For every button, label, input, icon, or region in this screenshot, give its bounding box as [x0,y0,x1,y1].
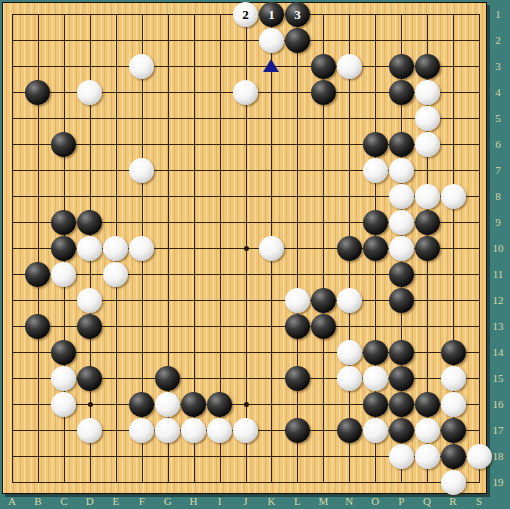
move-number-label: 2 [242,7,249,22]
stone-white-D10 [77,236,102,261]
grid-vertical-line [297,14,298,483]
move-number-label: 3 [294,7,301,22]
stone-black-K1: 1 [259,2,284,27]
stone-black-B13 [25,314,50,339]
stone-black-R18 [441,444,466,469]
stone-black-M4 [311,80,336,105]
stone-white-F3 [129,54,154,79]
stone-white-N12 [337,288,362,313]
stone-black-O14 [363,340,388,365]
stone-white-Q5 [415,106,440,131]
stone-black-P15 [389,366,414,391]
stone-white-F17 [129,418,154,443]
stone-black-Q10 [415,236,440,261]
stone-black-P12 [389,288,414,313]
row-label-3: 3 [495,60,501,72]
stone-white-C15 [51,366,76,391]
move-number-label: 1 [268,7,275,22]
stone-white-F7 [129,158,154,183]
col-label-M: M [318,495,328,507]
row-label-7: 7 [495,164,501,176]
stone-black-C10 [51,236,76,261]
stone-black-L15 [285,366,310,391]
stone-black-C6 [51,132,76,157]
stone-black-L2 [285,28,310,53]
stone-white-J1: 2 [233,2,258,27]
stone-black-C9 [51,210,76,235]
stone-black-O9 [363,210,388,235]
col-label-I: I [218,495,222,507]
stone-white-P9 [389,210,414,235]
col-label-C: C [60,495,67,507]
stone-black-L1: 3 [285,2,310,27]
stone-black-B11 [25,262,50,287]
triangle-marker-K3 [263,59,279,72]
row-label-5: 5 [495,112,501,124]
col-label-O: O [371,495,379,507]
col-label-A: A [8,495,16,507]
stone-white-C16 [51,392,76,417]
stone-white-Q17 [415,418,440,443]
col-label-L: L [294,495,301,507]
stone-white-C11 [51,262,76,287]
stone-white-D12 [77,288,102,313]
row-label-1: 1 [495,8,501,20]
stone-black-R17 [441,418,466,443]
stone-white-S18 [467,444,492,469]
stone-white-P8 [389,184,414,209]
col-label-K: K [267,495,275,507]
row-label-16: 16 [493,398,504,410]
stone-white-R8 [441,184,466,209]
row-label-15: 15 [493,372,504,384]
row-label-2: 2 [495,34,501,46]
row-label-17: 17 [493,424,504,436]
go-game-screenshot: 213 ABCDEFGHIJKLMNOPQRS12345678910111213… [0,0,510,509]
row-label-6: 6 [495,138,501,150]
row-label-4: 4 [495,86,501,98]
stone-white-N14 [337,340,362,365]
col-label-E: E [112,495,119,507]
col-label-P: P [398,495,404,507]
stone-white-P7 [389,158,414,183]
col-label-J: J [243,495,247,507]
grid-vertical-line [479,14,480,483]
stone-black-L17 [285,418,310,443]
stone-black-Q16 [415,392,440,417]
col-label-S: S [476,495,482,507]
row-label-8: 8 [495,190,501,202]
col-label-H: H [190,495,198,507]
stone-black-O10 [363,236,388,261]
stone-black-I16 [207,392,232,417]
stone-black-H16 [181,392,206,417]
stone-black-G15 [155,366,180,391]
stone-white-Q4 [415,80,440,105]
stone-black-F16 [129,392,154,417]
stone-black-N17 [337,418,362,443]
stone-white-R16 [441,392,466,417]
col-label-Q: Q [423,495,431,507]
stone-black-M12 [311,288,336,313]
stone-white-J17 [233,418,258,443]
stone-black-D13 [77,314,102,339]
col-label-F: F [139,495,145,507]
stone-black-P11 [389,262,414,287]
stone-white-K2 [259,28,284,53]
stone-white-J4 [233,80,258,105]
row-label-10: 10 [493,242,504,254]
stone-black-P16 [389,392,414,417]
stone-white-P10 [389,236,414,261]
stone-white-Q6 [415,132,440,157]
star-point-J10 [244,246,249,251]
stone-white-G16 [155,392,180,417]
stone-black-O6 [363,132,388,157]
stone-white-P18 [389,444,414,469]
stone-black-P14 [389,340,414,365]
row-label-9: 9 [495,216,501,228]
stone-black-M3 [311,54,336,79]
col-label-N: N [345,495,353,507]
row-label-14: 14 [493,346,504,358]
stone-black-D9 [77,210,102,235]
stone-white-D17 [77,418,102,443]
row-label-11: 11 [493,268,504,280]
star-point-D16 [88,402,93,407]
stone-white-R19 [441,470,466,495]
row-label-19: 19 [493,476,504,488]
stone-black-P6 [389,132,414,157]
stone-white-F10 [129,236,154,261]
stone-black-O16 [363,392,388,417]
stone-white-O7 [363,158,388,183]
stone-white-G17 [155,418,180,443]
stone-black-M13 [311,314,336,339]
grid-horizontal-line [12,482,480,483]
stone-white-K10 [259,236,284,261]
col-label-G: G [164,495,172,507]
col-label-B: B [34,495,41,507]
stone-black-C14 [51,340,76,365]
stone-black-N10 [337,236,362,261]
col-label-D: D [86,495,94,507]
col-label-R: R [449,495,456,507]
row-label-18: 18 [493,450,504,462]
stone-white-E10 [103,236,128,261]
stone-white-O15 [363,366,388,391]
stone-white-N3 [337,54,362,79]
row-label-12: 12 [493,294,504,306]
stone-black-P3 [389,54,414,79]
stone-black-P17 [389,418,414,443]
stone-white-Q8 [415,184,440,209]
stone-white-R15 [441,366,466,391]
star-point-J16 [244,402,249,407]
stone-black-R14 [441,340,466,365]
stone-white-O17 [363,418,388,443]
stone-black-Q9 [415,210,440,235]
stone-white-Q18 [415,444,440,469]
stone-white-D4 [77,80,102,105]
stone-white-N15 [337,366,362,391]
stone-black-P4 [389,80,414,105]
stone-white-E11 [103,262,128,287]
stone-black-Q3 [415,54,440,79]
stone-black-L13 [285,314,310,339]
stone-white-I17 [207,418,232,443]
stone-white-H17 [181,418,206,443]
row-label-13: 13 [493,320,504,332]
stone-black-B4 [25,80,50,105]
stone-white-L12 [285,288,310,313]
stone-black-D15 [77,366,102,391]
